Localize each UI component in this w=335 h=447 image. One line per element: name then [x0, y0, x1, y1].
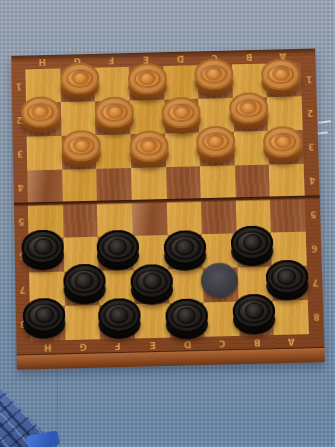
- square-a5[interactable]: [270, 198, 306, 233]
- piece-center-boss: [35, 240, 50, 253]
- rank-label-1: 1: [302, 62, 317, 96]
- checkers-board: HGFEDCBA 12345678 12345678 HGFEDCBA: [11, 49, 325, 370]
- white-man-g1[interactable]: [60, 62, 100, 100]
- square-h3[interactable]: [27, 136, 62, 171]
- piece-center-boss: [276, 135, 290, 147]
- white-man-b2[interactable]: [228, 92, 268, 130]
- white-man-c3[interactable]: [196, 125, 236, 163]
- square-e4[interactable]: [131, 167, 166, 202]
- piece-center-boss: [110, 240, 125, 253]
- square-c4[interactable]: [200, 165, 235, 200]
- white-man-a1[interactable]: [261, 58, 301, 95]
- photo-scene: HGFEDCBA 12345678 12345678 HGFEDCBA: [0, 0, 335, 447]
- piece-center-boss: [33, 105, 47, 117]
- white-man-c1[interactable]: [194, 58, 234, 95]
- piece-center-boss: [246, 304, 262, 317]
- piece-center-boss: [174, 106, 188, 118]
- square-h4[interactable]: [27, 170, 62, 205]
- square-b4[interactable]: [235, 165, 271, 200]
- square-g5[interactable]: [63, 203, 98, 238]
- white-man-g3[interactable]: [62, 129, 102, 167]
- square-d3[interactable]: [165, 132, 200, 167]
- square-d4[interactable]: [166, 166, 201, 201]
- black-man-h6[interactable]: [22, 230, 65, 271]
- square-a4[interactable]: [269, 164, 305, 199]
- rank-label-6: 6: [307, 231, 322, 265]
- white-man-a3[interactable]: [263, 126, 303, 164]
- white-man-f2[interactable]: [95, 96, 135, 134]
- piece-center-boss: [74, 139, 88, 151]
- black-flat-disc-c7[interactable]: [200, 262, 238, 298]
- piece-center-boss: [207, 68, 221, 80]
- square-g8[interactable]: [65, 305, 100, 340]
- piece-center-boss: [37, 309, 52, 322]
- piece-center-boss: [177, 241, 192, 254]
- piece-center-boss: [107, 106, 121, 118]
- rank-label-8: 8: [309, 300, 324, 335]
- black-man-d8[interactable]: [165, 298, 208, 339]
- black-man-b8[interactable]: [232, 294, 275, 335]
- rank-label-2: 2: [303, 96, 318, 130]
- rank-label-7: 7: [308, 265, 323, 300]
- piece-center-boss: [279, 270, 295, 283]
- rank-label-4: 4: [305, 163, 320, 197]
- square-d1[interactable]: [163, 65, 198, 99]
- rank-label-4: 4: [13, 170, 28, 204]
- piece-center-boss: [142, 140, 156, 152]
- rank-label-3: 3: [13, 137, 28, 171]
- piece-center-boss: [111, 309, 126, 322]
- piece-center-boss: [73, 72, 87, 84]
- file-label-h: H: [25, 55, 60, 70]
- white-man-e1[interactable]: [127, 62, 167, 100]
- piece-center-boss: [274, 68, 288, 80]
- square-g4[interactable]: [62, 169, 97, 204]
- black-man-f8[interactable]: [98, 298, 141, 339]
- piece-center-boss: [241, 101, 255, 113]
- piece-center-boss: [208, 135, 222, 147]
- rank-label-3: 3: [304, 130, 319, 164]
- piece-center-boss: [140, 72, 154, 84]
- piece-center-boss: [244, 236, 259, 249]
- file-label-d: D: [163, 51, 198, 66]
- rank-label-5: 5: [306, 197, 321, 231]
- white-man-h2[interactable]: [21, 96, 61, 134]
- square-a8[interactable]: [273, 300, 309, 335]
- white-man-e3[interactable]: [129, 130, 169, 168]
- piece-center-boss: [144, 275, 159, 288]
- square-f4[interactable]: [96, 168, 131, 203]
- piece-center-boss: [77, 274, 92, 287]
- piece-center-boss: [179, 309, 194, 322]
- black-man-h8[interactable]: [23, 298, 66, 339]
